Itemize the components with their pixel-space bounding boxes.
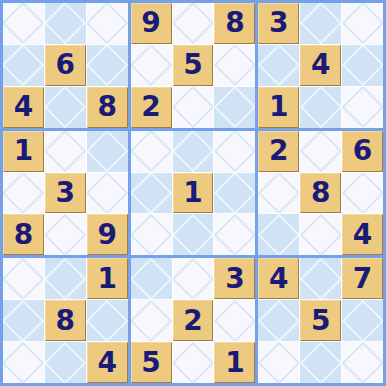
given-digit: 7 <box>353 265 372 293</box>
box-1: 648 <box>3 3 128 128</box>
cell-r3c4: 2 <box>131 87 172 128</box>
diamond-ornament-icon <box>258 173 299 214</box>
cell-r1c9[interactable] <box>342 3 383 44</box>
cell-r2c9[interactable] <box>342 45 383 86</box>
diamond-ornament-icon <box>87 45 128 86</box>
box-7: 184 <box>3 258 128 383</box>
diamond-ornament-icon <box>173 3 214 44</box>
given-digit: 8 <box>97 93 116 121</box>
cell-r8c4[interactable] <box>131 300 172 341</box>
cell-r9c4: 5 <box>131 342 172 383</box>
cell-r9c9[interactable] <box>342 342 383 383</box>
diamond-ornament-icon <box>214 173 255 214</box>
diamond-ornament-icon <box>173 131 214 172</box>
cell-r5c7[interactable] <box>258 173 299 214</box>
diamond-ornament-icon <box>3 45 44 86</box>
cell-r2c3[interactable] <box>87 45 128 86</box>
given-digit: 6 <box>353 137 372 165</box>
cell-r6c3: 9 <box>87 214 128 255</box>
cell-r1c3[interactable] <box>87 3 128 44</box>
cell-r6c5[interactable] <box>173 214 214 255</box>
cell-r3c8[interactable] <box>300 87 341 128</box>
cell-r6c2[interactable] <box>45 214 86 255</box>
given-digit: 8 <box>56 307 75 335</box>
given-digit: 8 <box>311 179 330 207</box>
cell-r4c1: 1 <box>3 131 44 172</box>
cell-r6c4[interactable] <box>131 214 172 255</box>
given-digit: 9 <box>97 221 116 249</box>
cell-r5c1[interactable] <box>3 173 44 214</box>
cell-r7c7: 4 <box>258 258 299 299</box>
box-6: 2684 <box>258 131 383 256</box>
cell-r2c4[interactable] <box>131 45 172 86</box>
cell-r7c1[interactable] <box>3 258 44 299</box>
cell-r8c8: 5 <box>300 300 341 341</box>
diamond-ornament-icon <box>300 87 341 128</box>
box-3: 341 <box>258 3 383 128</box>
cell-r9c1[interactable] <box>3 342 44 383</box>
cell-r8c7[interactable] <box>258 300 299 341</box>
diamond-ornament-icon <box>342 3 383 44</box>
cell-r7c5[interactable] <box>173 258 214 299</box>
cell-r8c1[interactable] <box>3 300 44 341</box>
given-digit: 1 <box>14 137 33 165</box>
diamond-ornament-icon <box>258 342 299 383</box>
cell-r8c3[interactable] <box>87 300 128 341</box>
sudoku-board: 64898523411389126841843251475 <box>0 0 386 386</box>
cell-r6c9: 4 <box>342 214 383 255</box>
cell-r3c3: 8 <box>87 87 128 128</box>
diamond-ornament-icon <box>45 214 86 255</box>
cell-r2c5: 5 <box>173 45 214 86</box>
given-digit: 4 <box>311 51 330 79</box>
cell-r5c8: 8 <box>300 173 341 214</box>
cell-r4c6[interactable] <box>214 131 255 172</box>
given-digit: 5 <box>141 349 160 377</box>
given-digit: 5 <box>311 307 330 335</box>
cell-r9c2[interactable] <box>45 342 86 383</box>
diamond-ornament-icon <box>3 173 44 214</box>
diamond-ornament-icon <box>45 87 86 128</box>
cell-r9c8[interactable] <box>300 342 341 383</box>
diamond-ornament-icon <box>300 258 341 299</box>
given-digit: 6 <box>56 51 75 79</box>
diamond-ornament-icon <box>45 131 86 172</box>
diamond-ornament-icon <box>342 300 383 341</box>
given-digit: 1 <box>97 265 116 293</box>
diamond-ornament-icon <box>300 342 341 383</box>
diamond-ornament-icon <box>45 258 86 299</box>
cell-r2c6[interactable] <box>214 45 255 86</box>
diamond-ornament-icon <box>173 87 214 128</box>
diamond-ornament-icon <box>342 45 383 86</box>
diamond-ornament-icon <box>131 45 172 86</box>
cell-r8c2: 8 <box>45 300 86 341</box>
diamond-ornament-icon <box>342 87 383 128</box>
diamond-ornament-icon <box>131 258 172 299</box>
cell-r2c1[interactable] <box>3 45 44 86</box>
cell-r5c9[interactable] <box>342 173 383 214</box>
cell-r4c3[interactable] <box>87 131 128 172</box>
cell-r3c9[interactable] <box>342 87 383 128</box>
cell-r6c8[interactable] <box>300 214 341 255</box>
diamond-ornament-icon <box>3 3 44 44</box>
cell-r4c4[interactable] <box>131 131 172 172</box>
cell-r6c1: 8 <box>3 214 44 255</box>
cell-r3c1: 4 <box>3 87 44 128</box>
cell-r3c2[interactable] <box>45 87 86 128</box>
diamond-ornament-icon <box>131 173 172 214</box>
diamond-ornament-icon <box>214 300 255 341</box>
diamond-ornament-icon <box>131 131 172 172</box>
cell-r7c3: 1 <box>87 258 128 299</box>
cell-r4c2[interactable] <box>45 131 86 172</box>
diamond-ornament-icon <box>3 258 44 299</box>
given-digit: 2 <box>141 93 160 121</box>
box-9: 475 <box>258 258 383 383</box>
cell-r9c5[interactable] <box>173 342 214 383</box>
diamond-ornament-icon <box>87 3 128 44</box>
diamond-ornament-icon <box>214 45 255 86</box>
given-digit: 8 <box>14 221 33 249</box>
box-8: 3251 <box>131 258 256 383</box>
given-digit: 1 <box>269 93 288 121</box>
cell-r9c6: 1 <box>214 342 255 383</box>
cell-r4c9: 6 <box>342 131 383 172</box>
given-digit: 4 <box>14 93 33 121</box>
cell-r5c3[interactable] <box>87 173 128 214</box>
cell-r7c2[interactable] <box>45 258 86 299</box>
cell-r7c8[interactable] <box>300 258 341 299</box>
diamond-ornament-icon <box>173 258 214 299</box>
given-digit: 1 <box>225 349 244 377</box>
diamond-ornament-icon <box>258 300 299 341</box>
diamond-ornament-icon <box>131 214 172 255</box>
cell-r2c2: 6 <box>45 45 86 86</box>
diamond-ornament-icon <box>173 342 214 383</box>
cell-r3c5[interactable] <box>173 87 214 128</box>
diamond-ornament-icon <box>258 45 299 86</box>
diamond-ornament-icon <box>258 214 299 255</box>
cell-r8c5: 2 <box>173 300 214 341</box>
cell-r6c6[interactable] <box>214 214 255 255</box>
diamond-ornament-icon <box>131 300 172 341</box>
diamond-ornament-icon <box>45 342 86 383</box>
cell-r1c7: 3 <box>258 3 299 44</box>
given-digit: 4 <box>269 265 288 293</box>
diamond-ornament-icon <box>214 214 255 255</box>
cell-r4c7: 2 <box>258 131 299 172</box>
cell-r9c3: 4 <box>87 342 128 383</box>
cell-r7c4[interactable] <box>131 258 172 299</box>
cell-r1c5[interactable] <box>173 3 214 44</box>
cell-r1c6: 8 <box>214 3 255 44</box>
diamond-ornament-icon <box>342 342 383 383</box>
cell-r4c8[interactable] <box>300 131 341 172</box>
diamond-ornament-icon <box>342 173 383 214</box>
cell-r6c7[interactable] <box>258 214 299 255</box>
diamond-ornament-icon <box>45 3 86 44</box>
cell-r5c5: 1 <box>173 173 214 214</box>
cell-r8c9[interactable] <box>342 300 383 341</box>
diamond-ornament-icon <box>300 3 341 44</box>
cell-r4c5[interactable] <box>173 131 214 172</box>
diamond-ornament-icon <box>87 300 128 341</box>
cell-r8c6[interactable] <box>214 300 255 341</box>
given-digit: 3 <box>56 179 75 207</box>
given-digit: 2 <box>183 307 202 335</box>
given-digit: 5 <box>183 51 202 79</box>
cell-r1c2[interactable] <box>45 3 86 44</box>
cell-r5c4[interactable] <box>131 173 172 214</box>
cell-r7c6: 3 <box>214 258 255 299</box>
given-digit: 2 <box>269 137 288 165</box>
given-digit: 4 <box>353 221 372 249</box>
cell-r2c8: 4 <box>300 45 341 86</box>
cell-r7c9: 7 <box>342 258 383 299</box>
diamond-ornament-icon <box>3 342 44 383</box>
given-digit: 3 <box>269 9 288 37</box>
diamond-ornament-icon <box>87 173 128 214</box>
box-4: 1389 <box>3 131 128 256</box>
diamond-ornament-icon <box>300 131 341 172</box>
cell-r3c6[interactable] <box>214 87 255 128</box>
cell-r2c7[interactable] <box>258 45 299 86</box>
given-digit: 1 <box>183 179 202 207</box>
diamond-ornament-icon <box>214 131 255 172</box>
cell-r1c1[interactable] <box>3 3 44 44</box>
cell-r9c7[interactable] <box>258 342 299 383</box>
diamond-ornament-icon <box>87 131 128 172</box>
cell-r1c8[interactable] <box>300 3 341 44</box>
cell-r5c6[interactable] <box>214 173 255 214</box>
given-digit: 3 <box>225 265 244 293</box>
box-2: 9852 <box>131 3 256 128</box>
given-digit: 8 <box>225 9 244 37</box>
cell-r5c2: 3 <box>45 173 86 214</box>
diamond-ornament-icon <box>173 214 214 255</box>
given-digit: 4 <box>97 349 116 377</box>
box-5: 1 <box>131 131 256 256</box>
diamond-ornament-icon <box>3 300 44 341</box>
diamond-ornament-icon <box>300 214 341 255</box>
cell-r1c4: 9 <box>131 3 172 44</box>
diamond-ornament-icon <box>214 87 255 128</box>
given-digit: 9 <box>141 9 160 37</box>
cell-r3c7: 1 <box>258 87 299 128</box>
